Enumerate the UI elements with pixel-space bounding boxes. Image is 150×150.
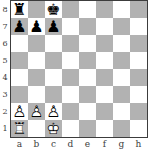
- square-e3[interactable]: [79, 86, 96, 103]
- square-g8[interactable]: [113, 1, 130, 18]
- piece-glyph: ♟: [28, 18, 45, 35]
- piece-white-pawn: ♟♙: [28, 103, 45, 120]
- square-e6[interactable]: [79, 35, 96, 52]
- square-a3[interactable]: [11, 86, 28, 103]
- square-f2[interactable]: [96, 103, 113, 120]
- rank-label-2: 2: [0, 103, 10, 120]
- square-h5[interactable]: [130, 52, 147, 69]
- square-h1[interactable]: [130, 120, 147, 137]
- piece-white-king: ♚♔: [45, 120, 62, 137]
- square-d8[interactable]: [62, 1, 79, 18]
- square-b6[interactable]: [28, 35, 45, 52]
- piece-black-rook: ♜: [11, 1, 28, 18]
- square-g6[interactable]: [113, 35, 130, 52]
- square-c3[interactable]: [45, 86, 62, 103]
- rank-label-6: 6: [0, 35, 10, 52]
- piece-glyph: ♚: [45, 1, 62, 18]
- rank-label-4: 4: [0, 69, 10, 86]
- piece-black-king: ♚: [45, 1, 62, 18]
- file-label-c: c: [45, 138, 62, 150]
- square-g4[interactable]: [113, 69, 130, 86]
- square-d7[interactable]: [62, 18, 79, 35]
- piece-glyph: ♜: [11, 1, 28, 18]
- rank-label-5: 5: [0, 52, 10, 69]
- square-e8[interactable]: [79, 1, 96, 18]
- chess-diagram: 87654321 ♜♚♟♟♟♟♙♟♙♟♙♜♖♚♔ abcdefgh: [0, 0, 150, 150]
- square-f6[interactable]: [96, 35, 113, 52]
- square-h4[interactable]: [130, 69, 147, 86]
- piece-white-pawn: ♟♙: [11, 103, 28, 120]
- square-b8[interactable]: [28, 1, 45, 18]
- square-g7[interactable]: [113, 18, 130, 35]
- piece-glyph: ♙: [45, 103, 62, 120]
- square-c2[interactable]: ♟♙: [45, 103, 62, 120]
- rank-labels: 87654321: [0, 1, 10, 137]
- rank-label-8: 8: [0, 1, 10, 18]
- file-label-b: b: [28, 138, 45, 150]
- piece-glyph: ♔: [45, 120, 62, 137]
- square-c8[interactable]: ♚: [45, 1, 62, 18]
- square-f8[interactable]: [96, 1, 113, 18]
- square-c7[interactable]: ♟: [45, 18, 62, 35]
- square-b5[interactable]: [28, 52, 45, 69]
- rank-label-7: 7: [0, 18, 10, 35]
- square-c1[interactable]: ♚♔: [45, 120, 62, 137]
- square-h3[interactable]: [130, 86, 147, 103]
- square-a4[interactable]: [11, 69, 28, 86]
- rank-label-3: 3: [0, 86, 10, 103]
- piece-fill-glyph: ♟: [28, 103, 45, 120]
- square-e4[interactable]: [79, 69, 96, 86]
- square-b3[interactable]: [28, 86, 45, 103]
- piece-glyph: ♟: [11, 18, 28, 35]
- square-g3[interactable]: [113, 86, 130, 103]
- square-f4[interactable]: [96, 69, 113, 86]
- file-label-f: f: [96, 138, 113, 150]
- square-d3[interactable]: [62, 86, 79, 103]
- file-labels: abcdefgh: [11, 138, 147, 150]
- square-b2[interactable]: ♟♙: [28, 103, 45, 120]
- square-d4[interactable]: [62, 69, 79, 86]
- file-label-d: d: [62, 138, 79, 150]
- piece-fill-glyph: ♜: [11, 120, 28, 137]
- square-a2[interactable]: ♟♙: [11, 103, 28, 120]
- square-b1[interactable]: [28, 120, 45, 137]
- square-b7[interactable]: ♟: [28, 18, 45, 35]
- piece-glyph: ♖: [11, 120, 28, 137]
- square-a7[interactable]: ♟: [11, 18, 28, 35]
- square-d1[interactable]: [62, 120, 79, 137]
- square-a8[interactable]: ♜: [11, 1, 28, 18]
- square-a1[interactable]: ♜♖: [11, 120, 28, 137]
- piece-white-pawn: ♟♙: [45, 103, 62, 120]
- square-f5[interactable]: [96, 52, 113, 69]
- piece-black-pawn: ♟: [28, 18, 45, 35]
- square-d5[interactable]: [62, 52, 79, 69]
- square-f3[interactable]: [96, 86, 113, 103]
- piece-fill-glyph: ♟: [45, 103, 62, 120]
- square-e1[interactable]: [79, 120, 96, 137]
- file-label-e: e: [79, 138, 96, 150]
- square-h6[interactable]: [130, 35, 147, 52]
- file-label-g: g: [113, 138, 130, 150]
- square-c5[interactable]: [45, 52, 62, 69]
- piece-glyph: ♟: [45, 18, 62, 35]
- square-h8[interactable]: [130, 1, 147, 18]
- piece-black-pawn: ♟: [45, 18, 62, 35]
- file-label-h: h: [130, 138, 147, 150]
- file-label-a: a: [11, 138, 28, 150]
- piece-black-pawn: ♟: [11, 18, 28, 35]
- square-h2[interactable]: [130, 103, 147, 120]
- square-e2[interactable]: [79, 103, 96, 120]
- square-e7[interactable]: [79, 18, 96, 35]
- piece-fill-glyph: ♚: [45, 120, 62, 137]
- square-b4[interactable]: [28, 69, 45, 86]
- square-a5[interactable]: [11, 52, 28, 69]
- piece-fill-glyph: ♟: [11, 103, 28, 120]
- square-a6[interactable]: [11, 35, 28, 52]
- piece-white-rook: ♜♖: [11, 120, 28, 137]
- square-d2[interactable]: [62, 103, 79, 120]
- square-h7[interactable]: [130, 18, 147, 35]
- rank-label-1: 1: [0, 120, 10, 137]
- square-d6[interactable]: [62, 35, 79, 52]
- piece-glyph: ♙: [28, 103, 45, 120]
- chess-board: ♜♚♟♟♟♟♙♟♙♟♙♜♖♚♔: [10, 0, 148, 138]
- square-e5[interactable]: [79, 52, 96, 69]
- square-g2[interactable]: [113, 103, 130, 120]
- square-f1[interactable]: [96, 120, 113, 137]
- square-f7[interactable]: [96, 18, 113, 35]
- square-c4[interactable]: [45, 69, 62, 86]
- square-g5[interactable]: [113, 52, 130, 69]
- square-c6[interactable]: [45, 35, 62, 52]
- piece-glyph: ♙: [11, 103, 28, 120]
- square-g1[interactable]: [113, 120, 130, 137]
